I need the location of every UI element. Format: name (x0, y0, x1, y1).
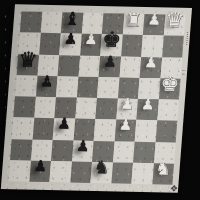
white-pawn[interactable]: ♟ (140, 52, 162, 74)
square-b3[interactable] (113, 141, 135, 163)
square-d5[interactable] (75, 98, 97, 120)
chessboard-photo: ♝♜♟♛♟♟♚♛♟♟♟♚♟♟♟♟♟♟♞♞ ❖ ⠇⠇ (0, 0, 200, 200)
square-h1[interactable]: ♛ (163, 14, 185, 36)
square-f4[interactable]: ♟ (99, 56, 121, 78)
white-pawn[interactable]: ♟ (115, 115, 137, 137)
white-pawn[interactable]: ♟ (80, 29, 102, 51)
square-f5[interactable] (78, 55, 100, 77)
square-f6[interactable] (58, 55, 80, 77)
square-h2[interactable]: ♟ (143, 14, 165, 36)
square-c3[interactable]: ♟ (114, 120, 136, 142)
black-pawn[interactable]: ♟ (60, 29, 82, 51)
black-pawn[interactable]: ♟ (72, 135, 94, 157)
square-a6[interactable] (49, 161, 71, 183)
black-pawn[interactable]: ♟ (36, 71, 58, 93)
white-pawn[interactable]: ♟ (116, 94, 138, 116)
square-e5[interactable] (76, 76, 98, 98)
square-h8[interactable] (20, 11, 42, 33)
square-g3[interactable] (121, 35, 143, 57)
square-g6[interactable]: ♟ (59, 34, 81, 56)
white-rook[interactable]: ♜ (123, 9, 145, 31)
black-pawn[interactable]: ♟ (53, 114, 75, 136)
square-a4[interactable]: ♞ (90, 162, 112, 184)
square-c6[interactable]: ♟ (53, 118, 75, 140)
square-a7[interactable]: ♟ (29, 160, 51, 182)
black-pawn[interactable]: ♟ (29, 156, 51, 178)
board-grid: ♝♜♟♛♟♟♚♛♟♟♟♚♟♟♟♟♟♟♞♞ (8, 11, 185, 184)
black-bishop[interactable]: ♝ (61, 8, 83, 30)
square-c1[interactable] (155, 121, 177, 143)
black-king[interactable]: ♚ (101, 30, 123, 52)
square-d4[interactable] (95, 98, 117, 120)
black-pawn[interactable]: ♟ (99, 51, 121, 73)
square-a5[interactable] (70, 161, 92, 183)
white-pawn[interactable]: ♟ (137, 94, 159, 116)
square-c8[interactable] (12, 118, 34, 140)
white-queen[interactable]: ♛ (164, 10, 186, 32)
square-e6[interactable] (56, 76, 78, 98)
square-a1[interactable]: ♞ (152, 163, 174, 185)
square-f8[interactable]: ♛ (17, 54, 39, 76)
square-a3[interactable] (111, 162, 133, 184)
square-g5[interactable]: ♟ (80, 34, 102, 56)
square-a8[interactable] (8, 160, 30, 182)
square-d7[interactable] (34, 97, 56, 119)
square-h3[interactable]: ♜ (122, 14, 144, 36)
square-c7[interactable] (32, 118, 54, 140)
chess-board: ♝♜♟♛♟♟♚♛♟♟♟♚♟♟♟♟♟♟♞♞ ❖ ⠇⠇ (1, 4, 192, 192)
square-c2[interactable] (135, 120, 157, 142)
square-d2[interactable]: ♟ (136, 99, 158, 121)
square-e1[interactable]: ♚ (158, 78, 180, 100)
square-e7[interactable]: ♟ (35, 76, 57, 98)
square-b6[interactable] (51, 140, 73, 162)
square-h7[interactable] (40, 12, 62, 34)
square-b5[interactable]: ♟ (72, 140, 94, 162)
square-f3[interactable] (119, 56, 141, 78)
black-queen[interactable]: ♛ (17, 49, 39, 71)
board-edge-mark (186, 32, 188, 45)
square-a2[interactable] (131, 163, 153, 185)
square-c4[interactable] (94, 119, 116, 141)
square-f2[interactable]: ♟ (140, 56, 162, 78)
compass-rose-icon: ❖ (170, 184, 179, 194)
square-e4[interactable] (97, 77, 119, 99)
white-pawn[interactable]: ♟ (143, 9, 165, 31)
white-knight[interactable]: ♞ (152, 158, 174, 180)
square-e8[interactable] (15, 75, 37, 97)
white-king[interactable]: ♚ (159, 73, 181, 95)
square-b8[interactable] (10, 139, 32, 161)
square-g7[interactable] (39, 33, 61, 55)
square-b2[interactable] (133, 141, 155, 163)
square-d1[interactable] (157, 99, 179, 121)
square-d8[interactable] (13, 96, 35, 118)
black-knight[interactable]: ♞ (91, 157, 113, 179)
square-g1[interactable] (162, 36, 184, 58)
